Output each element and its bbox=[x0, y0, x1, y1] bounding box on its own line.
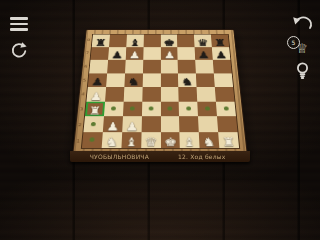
rotate-board-button[interactable] bbox=[9, 41, 29, 61]
square-b5[interactable] bbox=[106, 73, 125, 87]
legal-move-dot-a2[interactable] bbox=[91, 122, 96, 126]
square-b6[interactable] bbox=[107, 60, 125, 73]
legal-move-dot-b3[interactable] bbox=[111, 107, 116, 111]
square-e8[interactable]: ♚ bbox=[160, 35, 177, 47]
piece-white-pawn-c7[interactable]: ♟ bbox=[125, 47, 142, 61]
piece-white-bishop-c1[interactable]: ♝ bbox=[121, 133, 141, 149]
square-e6[interactable] bbox=[160, 60, 178, 73]
square-a6[interactable] bbox=[89, 60, 108, 73]
square-c6[interactable] bbox=[125, 60, 143, 73]
board-frame: ♜♝♚♛♜♟♟♟♟♟♟♞♞♟♜♟♟♞♝♛♚♝♞♜ abcdefgh 876543… bbox=[72, 29, 248, 157]
square-g3[interactable] bbox=[197, 101, 217, 116]
undo-button[interactable] bbox=[291, 15, 313, 33]
piece-black-pawn-g7[interactable]: ♟ bbox=[195, 47, 212, 61]
hint-button[interactable] bbox=[294, 61, 311, 81]
square-d6[interactable] bbox=[143, 60, 161, 73]
square-b3[interactable] bbox=[104, 101, 124, 116]
legal-move-dot-e3[interactable] bbox=[167, 107, 172, 111]
piece-white-knight-g1[interactable]: ♞ bbox=[200, 133, 220, 149]
square-c4[interactable] bbox=[123, 87, 142, 101]
piece-white-king-e1[interactable]: ♚ bbox=[160, 133, 180, 149]
square-a4[interactable]: ♟ bbox=[86, 87, 106, 101]
square-e1[interactable]: ♚ bbox=[160, 132, 180, 148]
square-d3[interactable] bbox=[142, 101, 161, 116]
hints-count-badge: 5 bbox=[287, 36, 300, 49]
square-d5[interactable] bbox=[142, 73, 160, 87]
piece-black-pawn-b7[interactable]: ♟ bbox=[108, 47, 125, 61]
square-c1[interactable]: ♝ bbox=[121, 132, 141, 148]
menu-button[interactable] bbox=[10, 17, 28, 31]
square-h8[interactable]: ♜ bbox=[211, 35, 229, 47]
piece-black-knight-c5[interactable]: ♞ bbox=[124, 73, 142, 88]
square-b2[interactable]: ♟ bbox=[103, 116, 123, 132]
square-f3[interactable] bbox=[179, 101, 198, 116]
square-h1[interactable]: ♜ bbox=[218, 132, 239, 148]
piece-black-pawn-h7[interactable]: ♟ bbox=[213, 47, 230, 61]
undo-arrow-icon bbox=[291, 15, 313, 33]
legal-move-dot-a1[interactable] bbox=[90, 138, 95, 142]
square-f6[interactable] bbox=[178, 60, 196, 73]
square-g1[interactable]: ♞ bbox=[199, 132, 219, 148]
square-e4[interactable] bbox=[160, 87, 179, 101]
square-f4[interactable] bbox=[179, 87, 198, 101]
lightbulb-icon bbox=[294, 61, 311, 81]
square-d1[interactable]: ♛ bbox=[141, 132, 161, 148]
square-a1[interactable] bbox=[82, 132, 103, 148]
square-g5[interactable] bbox=[196, 73, 215, 87]
legal-move-dot-g3[interactable] bbox=[205, 107, 210, 111]
square-g7[interactable]: ♟ bbox=[195, 47, 213, 60]
menu-icon bbox=[10, 17, 28, 20]
legal-move-dot-f3[interactable] bbox=[186, 107, 191, 111]
square-h6[interactable] bbox=[213, 60, 232, 73]
square-b4[interactable] bbox=[105, 87, 124, 101]
square-f8[interactable] bbox=[177, 35, 194, 47]
piece-black-knight-f5[interactable]: ♞ bbox=[179, 73, 197, 88]
square-d4[interactable] bbox=[142, 87, 161, 101]
square-b1[interactable]: ♞ bbox=[102, 132, 122, 148]
legal-move-dot-c3[interactable] bbox=[130, 107, 135, 111]
square-d8[interactable] bbox=[143, 35, 160, 47]
piece-white-knight-b1[interactable]: ♞ bbox=[102, 133, 122, 149]
chess-board: ♜♝♚♛♜♟♟♟♟♟♟♞♞♟♜♟♟♞♝♛♚♝♞♜ abcdefgh 876543… bbox=[72, 29, 248, 157]
legal-move-dot-d3[interactable] bbox=[149, 107, 154, 111]
square-e2[interactable] bbox=[160, 116, 179, 132]
square-c5[interactable]: ♞ bbox=[124, 73, 142, 87]
square-g4[interactable] bbox=[197, 87, 216, 101]
square-h4[interactable] bbox=[215, 87, 235, 101]
square-f5[interactable]: ♞ bbox=[178, 73, 197, 87]
square-b8[interactable] bbox=[109, 35, 127, 47]
square-d7[interactable] bbox=[143, 47, 160, 60]
move-turn-text: 12. Ход белых bbox=[178, 151, 225, 162]
board-grid: ♜♝♚♛♜♟♟♟♟♟♟♞♞♟♜♟♟♞♝♛♚♝♞♜ bbox=[81, 34, 240, 149]
square-h7[interactable]: ♟ bbox=[212, 47, 230, 60]
rank-label-7: 7 bbox=[84, 46, 91, 59]
square-b7[interactable]: ♟ bbox=[108, 47, 126, 60]
square-f7[interactable] bbox=[178, 47, 196, 60]
square-g8[interactable]: ♛ bbox=[194, 35, 212, 47]
square-h5[interactable] bbox=[214, 73, 233, 87]
rank-label-6: 6 bbox=[82, 59, 90, 72]
square-c3[interactable] bbox=[123, 101, 142, 116]
square-c8[interactable]: ♝ bbox=[126, 35, 143, 47]
status-bar: ЧУОБЫЛЬНОВИЧА 12. Ход белых bbox=[70, 151, 250, 162]
square-a7[interactable] bbox=[91, 47, 109, 60]
piece-black-king-e8[interactable]: ♚ bbox=[160, 34, 177, 48]
piece-white-queen-d1[interactable]: ♛ bbox=[141, 133, 161, 149]
square-a2[interactable] bbox=[83, 116, 103, 132]
square-e7[interactable]: ♟ bbox=[160, 47, 177, 60]
square-d2[interactable] bbox=[141, 116, 160, 132]
piece-white-rook-a3[interactable]: ♜ bbox=[85, 102, 104, 117]
piece-white-rook-h1[interactable]: ♜ bbox=[219, 133, 239, 149]
square-g2[interactable] bbox=[198, 116, 218, 132]
square-e5[interactable] bbox=[160, 73, 178, 87]
piece-white-pawn-a4[interactable]: ♟ bbox=[86, 87, 104, 102]
extra-hints-button[interactable]: 5 ♕ bbox=[289, 38, 315, 58]
square-a5[interactable]: ♟ bbox=[88, 73, 107, 87]
piece-black-queen-g8[interactable]: ♛ bbox=[195, 34, 212, 48]
square-c7[interactable]: ♟ bbox=[125, 47, 143, 60]
square-a3[interactable]: ♜ bbox=[85, 101, 105, 116]
square-h3[interactable] bbox=[216, 101, 236, 116]
piece-white-pawn-e7[interactable]: ♟ bbox=[160, 47, 177, 61]
piece-white-pawn-b2[interactable]: ♟ bbox=[103, 117, 122, 132]
piece-black-pawn-a5[interactable]: ♟ bbox=[88, 73, 106, 88]
legal-move-dot-h3[interactable] bbox=[223, 107, 228, 111]
piece-black-rook-a8[interactable]: ♜ bbox=[92, 34, 109, 48]
square-f2[interactable] bbox=[179, 116, 199, 132]
square-g6[interactable] bbox=[195, 60, 213, 73]
square-h2[interactable] bbox=[217, 116, 237, 132]
square-e3[interactable] bbox=[160, 101, 179, 116]
square-c2[interactable]: ♟ bbox=[122, 116, 142, 132]
square-f1[interactable]: ♝ bbox=[180, 132, 200, 148]
piece-white-pawn-c2[interactable]: ♟ bbox=[122, 117, 141, 132]
piece-white-bishop-f1[interactable]: ♝ bbox=[180, 133, 200, 149]
piece-black-bishop-c8[interactable]: ♝ bbox=[126, 34, 143, 48]
last-move-text: ЧУОБЫЛЬНОВИЧА bbox=[90, 151, 149, 162]
piece-black-rook-h8[interactable]: ♜ bbox=[212, 34, 229, 48]
square-a8[interactable]: ♜ bbox=[92, 35, 110, 47]
rotate-icon bbox=[9, 41, 29, 61]
